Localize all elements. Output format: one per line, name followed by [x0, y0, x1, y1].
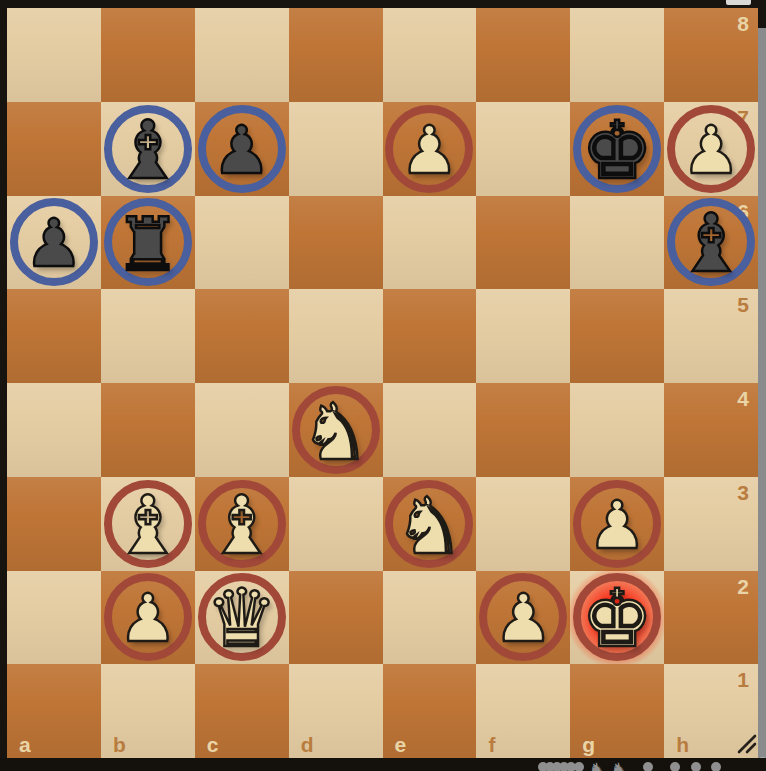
square-d6[interactable] — [289, 196, 383, 290]
square-b7[interactable]: ♝ — [101, 102, 195, 196]
square-h2[interactable]: 2 — [664, 571, 758, 665]
square-b8[interactable] — [101, 8, 195, 102]
piece-white-bishop[interactable]: ♝ — [101, 479, 195, 573]
rank-label-1: 1 — [737, 669, 749, 690]
square-b3[interactable]: ♝ — [101, 477, 195, 571]
square-g5[interactable] — [570, 289, 664, 383]
captured-piece-icon — [643, 762, 653, 771]
square-b4[interactable] — [101, 383, 195, 477]
chess-board[interactable]: 8♝♟♟♚♟7♟♜♝65♞4♝♝♞♟3♟♛♟♚2abcdefg1h — [7, 8, 758, 758]
piece-white-pawn[interactable]: ♟ — [664, 104, 758, 198]
piece-white-pawn[interactable]: ♟ — [476, 573, 570, 667]
square-b2[interactable]: ♟ — [101, 571, 195, 665]
square-d4[interactable]: ♞ — [289, 383, 383, 477]
page-background: 8♝♟♟♚♟7♟♜♝65♞4♝♝♞♟3♟♛♟♚2abcdefg1h ♞♞ — [0, 0, 766, 771]
square-d7[interactable] — [289, 102, 383, 196]
square-g4[interactable] — [570, 383, 664, 477]
square-e8[interactable] — [383, 8, 477, 102]
square-g2[interactable]: ♚ — [570, 571, 664, 665]
piece-white-pawn[interactable]: ♟ — [570, 479, 664, 573]
board-resize-handle[interactable] — [735, 732, 758, 755]
file-label-c: c — [207, 734, 219, 755]
square-d3[interactable] — [289, 477, 383, 571]
square-h6[interactable]: ♝6 — [664, 196, 758, 290]
square-g1[interactable]: g — [570, 664, 664, 758]
square-g3[interactable]: ♟ — [570, 477, 664, 571]
piece-black-pawn[interactable]: ♟ — [7, 198, 101, 292]
captured-knight-icon: ♞ — [610, 760, 628, 771]
file-label-g: g — [582, 734, 595, 755]
square-a8[interactable] — [7, 8, 101, 102]
square-a7[interactable] — [7, 102, 101, 196]
piece-black-pawn[interactable]: ♟ — [195, 104, 289, 198]
square-f8[interactable] — [476, 8, 570, 102]
square-f6[interactable] — [476, 196, 570, 290]
square-a3[interactable] — [7, 477, 101, 571]
piece-white-knight[interactable]: ♞ — [289, 385, 383, 479]
square-a4[interactable] — [7, 383, 101, 477]
square-d8[interactable] — [289, 8, 383, 102]
square-c7[interactable]: ♟ — [195, 102, 289, 196]
captured-piece-icon — [691, 762, 701, 771]
square-b6[interactable]: ♜ — [101, 196, 195, 290]
square-e4[interactable] — [383, 383, 477, 477]
piece-black-rook[interactable]: ♜ — [101, 198, 195, 292]
square-g6[interactable] — [570, 196, 664, 290]
square-e1[interactable]: e — [383, 664, 477, 758]
rank-label-4: 4 — [737, 388, 749, 409]
square-h3[interactable]: 3 — [664, 477, 758, 571]
file-label-d: d — [301, 734, 314, 755]
piece-white-queen[interactable]: ♛ — [195, 573, 289, 667]
square-c4[interactable] — [195, 383, 289, 477]
square-a1[interactable]: a — [7, 664, 101, 758]
square-e3[interactable]: ♞ — [383, 477, 477, 571]
square-d1[interactable]: d — [289, 664, 383, 758]
square-c5[interactable] — [195, 289, 289, 383]
piece-white-pawn[interactable]: ♟ — [101, 573, 195, 667]
square-f5[interactable] — [476, 289, 570, 383]
square-h5[interactable]: 5 — [664, 289, 758, 383]
piece-white-pawn[interactable]: ♟ — [383, 104, 477, 198]
square-a2[interactable] — [7, 571, 101, 665]
square-d2[interactable] — [289, 571, 383, 665]
scrollbar-corner-box — [726, 0, 751, 5]
square-f1[interactable]: f — [476, 664, 570, 758]
square-d5[interactable] — [289, 289, 383, 383]
square-f2[interactable]: ♟ — [476, 571, 570, 665]
square-f3[interactable] — [476, 477, 570, 571]
piece-black-king[interactable]: ♚ — [570, 104, 664, 198]
square-h8[interactable]: 8 — [664, 8, 758, 102]
captured-piece-icon — [711, 762, 721, 771]
square-c3[interactable]: ♝ — [195, 477, 289, 571]
vertical-scrollbar[interactable] — [758, 28, 766, 771]
square-a6[interactable]: ♟ — [7, 196, 101, 290]
square-g7[interactable]: ♚ — [570, 102, 664, 196]
piece-black-bishop[interactable]: ♝ — [664, 198, 758, 292]
square-g8[interactable] — [570, 8, 664, 102]
piece-white-bishop[interactable]: ♝ — [195, 479, 289, 573]
file-label-e: e — [395, 734, 407, 755]
file-label-f: f — [488, 734, 495, 755]
captured-piece-icon — [670, 762, 680, 771]
captured-knight-icon: ♞ — [588, 760, 606, 771]
square-e6[interactable] — [383, 196, 477, 290]
rank-label-5: 5 — [737, 294, 749, 315]
piece-white-king[interactable]: ♚ — [570, 573, 664, 667]
square-c6[interactable] — [195, 196, 289, 290]
rank-label-8: 8 — [737, 13, 749, 34]
piece-white-knight[interactable]: ♞ — [383, 479, 477, 573]
square-c8[interactable] — [195, 8, 289, 102]
rank-label-3: 3 — [737, 482, 749, 503]
captured-piece-icon — [574, 762, 584, 771]
square-e7[interactable]: ♟ — [383, 102, 477, 196]
file-label-a: a — [19, 734, 31, 755]
square-e2[interactable] — [383, 571, 477, 665]
captured-pieces-tray: ♞♞ — [0, 758, 766, 771]
square-f4[interactable] — [476, 383, 570, 477]
piece-black-bishop[interactable]: ♝ — [101, 104, 195, 198]
rank-label-2: 2 — [737, 576, 749, 597]
square-c2[interactable]: ♛ — [195, 571, 289, 665]
square-c1[interactable]: c — [195, 664, 289, 758]
square-b1[interactable]: b — [101, 664, 195, 758]
file-label-h: h — [676, 734, 689, 755]
square-a5[interactable] — [7, 289, 101, 383]
file-label-b: b — [113, 734, 126, 755]
square-b5[interactable] — [101, 289, 195, 383]
square-f7[interactable] — [476, 102, 570, 196]
square-h4[interactable]: 4 — [664, 383, 758, 477]
square-e5[interactable] — [383, 289, 477, 383]
square-h7[interactable]: ♟7 — [664, 102, 758, 196]
